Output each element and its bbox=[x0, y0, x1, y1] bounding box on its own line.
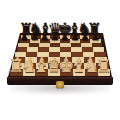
square-a1: ♜ bbox=[10, 69, 23, 76]
square-d1: ♛ bbox=[48, 69, 61, 76]
square-b1: ♞ bbox=[23, 69, 36, 76]
square-g1: ♞ bbox=[85, 69, 98, 76]
square-c1: ♝ bbox=[35, 69, 48, 76]
brass-clasp bbox=[56, 81, 64, 88]
square-f1: ♝ bbox=[73, 69, 86, 76]
piece-black-rook: ♜ bbox=[87, 21, 102, 38]
square-e1: ♚ bbox=[60, 69, 73, 76]
board-rank-1: ♜♞♝♛♚♝♞♜ bbox=[10, 69, 110, 76]
chess-set-product-photo: ♜♞♝♛♚♝♞♜ ♟♟♟♟♟♟♟♟ ♟♟♟♟♟♟♟♟ ♜♞♝♛♚♝♞♜ bbox=[0, 0, 120, 120]
chess-board: ♜♞♝♛♚♝♞♜ ♟♟♟♟♟♟♟♟ ♟♟♟♟♟♟♟♟ ♜♞♝♛♚♝♞♜ bbox=[0, 35, 120, 76]
square-h1: ♜ bbox=[98, 69, 111, 76]
